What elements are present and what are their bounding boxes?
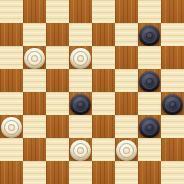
square-a4[interactable] (0, 92, 23, 115)
board (0, 0, 184, 184)
square-g1[interactable] (138, 161, 161, 184)
square-g4[interactable] (138, 92, 161, 115)
checker-piece-white-b6[interactable] (24, 48, 45, 69)
square-d4[interactable] (69, 92, 92, 115)
square-a5[interactable] (0, 69, 23, 92)
square-g7[interactable] (138, 23, 161, 46)
square-c7[interactable] (46, 23, 69, 46)
square-b2[interactable] (23, 138, 46, 161)
square-a6[interactable] (0, 46, 23, 69)
square-g6[interactable] (138, 46, 161, 69)
square-e3[interactable] (92, 115, 115, 138)
square-a3[interactable] (0, 115, 23, 138)
square-d5[interactable] (69, 69, 92, 92)
square-c1[interactable] (46, 161, 69, 184)
square-c6[interactable] (46, 46, 69, 69)
square-c2[interactable] (46, 138, 69, 161)
square-b5[interactable] (23, 69, 46, 92)
square-a1[interactable] (0, 161, 23, 184)
square-f3[interactable] (115, 115, 138, 138)
square-e4[interactable] (92, 92, 115, 115)
square-c3[interactable] (46, 115, 69, 138)
square-c4[interactable] (46, 92, 69, 115)
square-d7[interactable] (69, 23, 92, 46)
square-b6[interactable] (23, 46, 46, 69)
square-b7[interactable] (23, 23, 46, 46)
square-h4[interactable] (161, 92, 184, 115)
square-f7[interactable] (115, 23, 138, 46)
square-e2[interactable] (92, 138, 115, 161)
square-e8[interactable] (92, 0, 115, 23)
checker-piece-black-g5[interactable] (139, 71, 160, 92)
square-b4[interactable] (23, 92, 46, 115)
square-c8[interactable] (46, 0, 69, 23)
checker-piece-white-a3[interactable] (1, 117, 22, 138)
square-f1[interactable] (115, 161, 138, 184)
square-g8[interactable] (138, 0, 161, 23)
checker-piece-black-g7[interactable] (139, 25, 160, 46)
checker-piece-white-d6[interactable] (70, 48, 91, 69)
square-h5[interactable] (161, 69, 184, 92)
checker-piece-black-d4[interactable] (70, 94, 91, 115)
square-f6[interactable] (115, 46, 138, 69)
square-f2[interactable] (115, 138, 138, 161)
square-h7[interactable] (161, 23, 184, 46)
square-e6[interactable] (92, 46, 115, 69)
square-h2[interactable] (161, 138, 184, 161)
square-g3[interactable] (138, 115, 161, 138)
square-d3[interactable] (69, 115, 92, 138)
square-h3[interactable] (161, 115, 184, 138)
square-d1[interactable] (69, 161, 92, 184)
checker-piece-white-f2[interactable] (116, 140, 137, 161)
square-b8[interactable] (23, 0, 46, 23)
square-e1[interactable] (92, 161, 115, 184)
checker-piece-black-h4[interactable] (162, 94, 183, 115)
square-d2[interactable] (69, 138, 92, 161)
square-e5[interactable] (92, 69, 115, 92)
checkers-diagram (0, 0, 184, 184)
square-d8[interactable] (69, 0, 92, 23)
checker-piece-black-g3[interactable] (139, 117, 160, 138)
square-h6[interactable] (161, 46, 184, 69)
square-g2[interactable] (138, 138, 161, 161)
square-e7[interactable] (92, 23, 115, 46)
square-a8[interactable] (0, 0, 23, 23)
square-b3[interactable] (23, 115, 46, 138)
square-h1[interactable] (161, 161, 184, 184)
square-h8[interactable] (161, 0, 184, 23)
checker-piece-white-d2[interactable] (70, 140, 91, 161)
square-f8[interactable] (115, 0, 138, 23)
square-a2[interactable] (0, 138, 23, 161)
square-c5[interactable] (46, 69, 69, 92)
square-a7[interactable] (0, 23, 23, 46)
square-d6[interactable] (69, 46, 92, 69)
square-b1[interactable] (23, 161, 46, 184)
square-f5[interactable] (115, 69, 138, 92)
square-f4[interactable] (115, 92, 138, 115)
square-g5[interactable] (138, 69, 161, 92)
